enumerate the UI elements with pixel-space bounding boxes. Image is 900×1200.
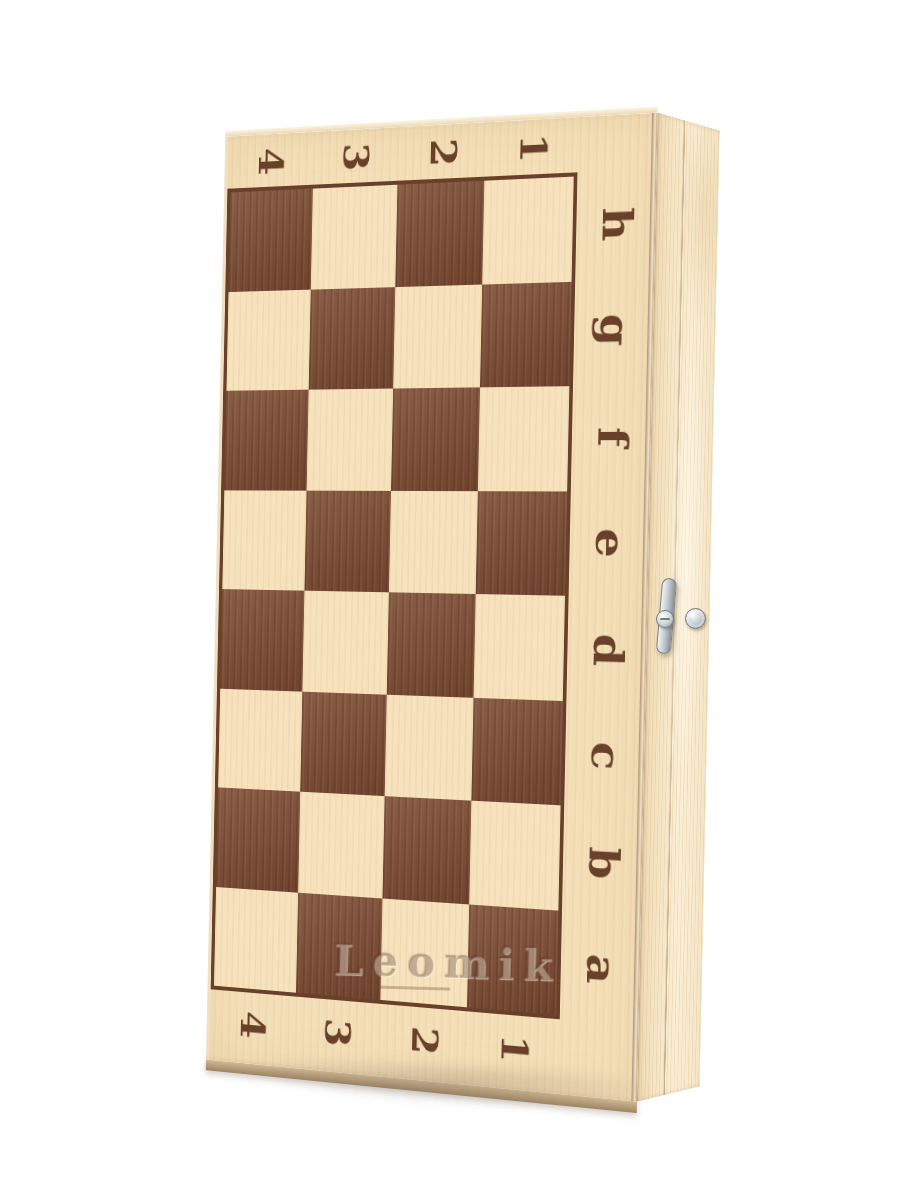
rank-label-top-2: 2 [424, 137, 460, 167]
watermark: Leomik [332, 935, 561, 990]
square-e3 [304, 490, 391, 592]
square-b3 [298, 792, 384, 898]
square-e2 [389, 490, 478, 594]
file-label-d: d [587, 633, 629, 667]
rank-label-bottom-3: 3 [319, 1017, 354, 1048]
chess-board [211, 172, 578, 1019]
square-c3 [300, 691, 387, 796]
clasp-knob-icon [685, 608, 706, 629]
square-b1 [469, 801, 560, 910]
clasp-screw-icon [656, 610, 674, 628]
square-h4 [229, 189, 313, 292]
square-d2 [387, 592, 476, 697]
file-label-f: f [591, 427, 633, 447]
rank-label-bottom-1: 1 [495, 1033, 532, 1065]
square-h2 [395, 181, 484, 287]
square-f3 [307, 389, 394, 491]
file-label-g: g [593, 313, 635, 346]
square-c4 [218, 688, 302, 791]
square-f1 [478, 386, 569, 491]
square-h3 [311, 185, 398, 289]
square-g2 [393, 284, 482, 388]
rank-label-top-3: 3 [337, 142, 372, 172]
square-g1 [480, 281, 572, 387]
square-b2 [382, 796, 471, 904]
square-a4 [214, 887, 298, 993]
file-label-b: b [582, 846, 624, 881]
square-f4 [224, 390, 308, 491]
file-label-h: h [596, 206, 638, 241]
rank-label-bottom-4: 4 [234, 1010, 268, 1041]
square-e4 [222, 490, 306, 591]
square-c2 [385, 694, 474, 800]
file-label-e: e [589, 528, 631, 558]
square-c1 [471, 697, 562, 805]
rank-label-bottom-2: 2 [405, 1025, 441, 1057]
clasp-latch [650, 576, 710, 660]
square-d1 [474, 594, 565, 701]
square-f2 [391, 387, 480, 490]
rank-label-top-4: 4 [253, 147, 287, 176]
square-d4 [220, 589, 304, 691]
rank-label-top-1: 1 [513, 133, 550, 164]
square-g4 [226, 289, 310, 391]
file-label-a: a [580, 953, 622, 986]
file-label-c: c [585, 741, 627, 771]
square-b4 [216, 787, 300, 892]
square-g3 [309, 287, 396, 390]
square-e1 [476, 491, 567, 596]
square-d3 [302, 591, 389, 695]
product-photo: 4 3 2 1 h g f e d c b a 4 3 2 1 [0, 0, 900, 1200]
square-h1 [482, 177, 574, 284]
